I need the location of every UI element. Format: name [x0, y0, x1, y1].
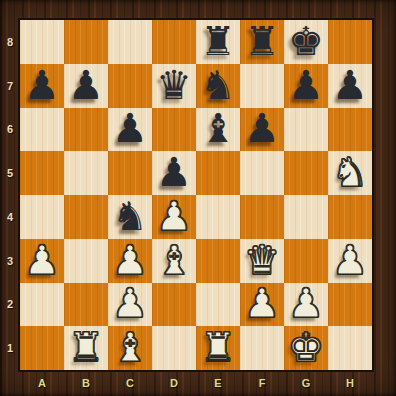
square-c1[interactable]: ♝	[108, 326, 152, 370]
square-a8[interactable]	[20, 20, 64, 64]
rank-label-2: 2	[0, 283, 20, 327]
piece-black-bishop[interactable]: ♝	[200, 108, 236, 148]
piece-white-pawn[interactable]: ♟	[244, 283, 280, 323]
piece-black-knight[interactable]: ♞	[200, 65, 236, 105]
square-g1[interactable]: ♚	[284, 326, 328, 370]
file-label-c: C	[108, 370, 152, 396]
piece-black-pawn[interactable]: ♟	[24, 65, 60, 105]
square-c8[interactable]	[108, 20, 152, 64]
piece-white-knight[interactable]: ♞	[332, 152, 368, 192]
square-f6[interactable]: ♟	[240, 108, 284, 152]
rank-label-6: 6	[0, 108, 20, 152]
square-g2[interactable]: ♟	[284, 283, 328, 327]
piece-black-pawn[interactable]: ♟	[156, 152, 192, 192]
square-e8[interactable]: ♜	[196, 20, 240, 64]
square-e1[interactable]: ♜	[196, 326, 240, 370]
piece-white-pawn[interactable]: ♟	[112, 240, 148, 280]
piece-white-king[interactable]: ♚	[288, 327, 324, 367]
piece-white-bishop[interactable]: ♝	[156, 240, 192, 280]
piece-white-pawn[interactable]: ♟	[332, 240, 368, 280]
square-e3[interactable]	[196, 239, 240, 283]
square-g3[interactable]	[284, 239, 328, 283]
square-c7[interactable]	[108, 64, 152, 108]
piece-black-pawn[interactable]: ♟	[68, 65, 104, 105]
square-f1[interactable]	[240, 326, 284, 370]
board-frame: ♜♜♚♟♟♛♞♟♟♟♝♟♟♞♞♟♟♟♝♛♟♟♟♟♜♝♜♚ ABCDEFGH 87…	[0, 0, 396, 396]
rank-label-4: 4	[0, 195, 20, 239]
square-b3[interactable]	[64, 239, 108, 283]
file-label-b: B	[64, 370, 108, 396]
rank-label-8: 8	[0, 20, 20, 64]
file-label-f: F	[240, 370, 284, 396]
piece-white-pawn[interactable]: ♟	[112, 283, 148, 323]
square-a6[interactable]	[20, 108, 64, 152]
square-a4[interactable]	[20, 195, 64, 239]
piece-white-bishop[interactable]: ♝	[112, 327, 148, 367]
square-a3[interactable]: ♟	[20, 239, 64, 283]
rank-label-5: 5	[0, 151, 20, 195]
square-d7[interactable]: ♛	[152, 64, 196, 108]
square-h4[interactable]	[328, 195, 372, 239]
square-a2[interactable]	[20, 283, 64, 327]
square-f3[interactable]: ♛	[240, 239, 284, 283]
square-h6[interactable]	[328, 108, 372, 152]
square-b6[interactable]	[64, 108, 108, 152]
square-g5[interactable]	[284, 151, 328, 195]
square-f4[interactable]	[240, 195, 284, 239]
square-c4[interactable]: ♞	[108, 195, 152, 239]
piece-black-pawn[interactable]: ♟	[244, 108, 280, 148]
square-h2[interactable]	[328, 283, 372, 327]
piece-black-knight[interactable]: ♞	[112, 196, 148, 236]
file-label-g: G	[284, 370, 328, 396]
square-e5[interactable]	[196, 151, 240, 195]
rank-labels: 87654321	[0, 20, 20, 370]
square-b7[interactable]: ♟	[64, 64, 108, 108]
square-h1[interactable]	[328, 326, 372, 370]
square-c3[interactable]: ♟	[108, 239, 152, 283]
piece-black-king[interactable]: ♚	[288, 21, 324, 61]
file-label-h: H	[328, 370, 372, 396]
piece-black-rook[interactable]: ♜	[244, 21, 280, 61]
square-f2[interactable]: ♟	[240, 283, 284, 327]
piece-black-queen[interactable]: ♛	[156, 65, 192, 105]
square-c6[interactable]: ♟	[108, 108, 152, 152]
square-c2[interactable]: ♟	[108, 283, 152, 327]
piece-white-rook[interactable]: ♜	[68, 327, 104, 367]
square-b2[interactable]	[64, 283, 108, 327]
square-d4[interactable]: ♟	[152, 195, 196, 239]
piece-black-pawn[interactable]: ♟	[332, 65, 368, 105]
square-d6[interactable]	[152, 108, 196, 152]
piece-black-rook[interactable]: ♜	[200, 21, 236, 61]
square-d3[interactable]: ♝	[152, 239, 196, 283]
square-f7[interactable]	[240, 64, 284, 108]
square-h8[interactable]	[328, 20, 372, 64]
square-f8[interactable]: ♜	[240, 20, 284, 64]
file-label-a: A	[20, 370, 64, 396]
square-d8[interactable]	[152, 20, 196, 64]
piece-white-rook[interactable]: ♜	[200, 327, 236, 367]
rank-label-1: 1	[0, 326, 20, 370]
square-e6[interactable]: ♝	[196, 108, 240, 152]
rank-label-3: 3	[0, 239, 20, 283]
square-a5[interactable]	[20, 151, 64, 195]
rank-label-7: 7	[0, 64, 20, 108]
square-d5[interactable]: ♟	[152, 151, 196, 195]
square-a1[interactable]	[20, 326, 64, 370]
square-c5[interactable]	[108, 151, 152, 195]
square-b4[interactable]	[64, 195, 108, 239]
square-b8[interactable]	[64, 20, 108, 64]
square-a7[interactable]: ♟	[20, 64, 64, 108]
square-g4[interactable]	[284, 195, 328, 239]
square-g6[interactable]	[284, 108, 328, 152]
square-g7[interactable]: ♟	[284, 64, 328, 108]
piece-white-pawn[interactable]: ♟	[24, 240, 60, 280]
square-h7[interactable]: ♟	[328, 64, 372, 108]
square-d1[interactable]	[152, 326, 196, 370]
piece-white-queen[interactable]: ♛	[244, 240, 280, 280]
piece-white-pawn[interactable]: ♟	[288, 283, 324, 323]
square-h3[interactable]: ♟	[328, 239, 372, 283]
chess-board: ♜♜♚♟♟♛♞♟♟♟♝♟♟♞♞♟♟♟♝♛♟♟♟♟♜♝♜♚	[20, 20, 372, 370]
square-e7[interactable]: ♞	[196, 64, 240, 108]
square-f5[interactable]	[240, 151, 284, 195]
square-h5[interactable]: ♞	[328, 151, 372, 195]
piece-black-pawn[interactable]: ♟	[112, 108, 148, 148]
square-b1[interactable]: ♜	[64, 326, 108, 370]
square-e4[interactable]	[196, 195, 240, 239]
square-b5[interactable]	[64, 151, 108, 195]
square-e2[interactable]	[196, 283, 240, 327]
file-label-d: D	[152, 370, 196, 396]
file-labels: ABCDEFGH	[20, 370, 372, 396]
square-d2[interactable]	[152, 283, 196, 327]
piece-black-pawn[interactable]: ♟	[288, 65, 324, 105]
square-g8[interactable]: ♚	[284, 20, 328, 64]
file-label-e: E	[196, 370, 240, 396]
piece-white-pawn[interactable]: ♟	[156, 196, 192, 236]
